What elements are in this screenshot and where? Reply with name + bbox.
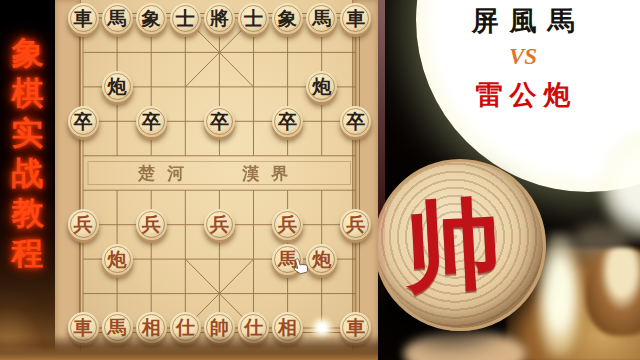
piece-black[interactable]: 馬 [102,3,133,34]
vertical-show-title: 象棋实战教程 [9,33,46,273]
panel-left-pink-edge [378,0,385,310]
piece-black[interactable]: 車 [340,3,371,34]
marshal-piece-photo: 帅 [378,159,546,331]
piece-black[interactable]: 炮 [102,71,133,102]
marshal-character: 帅 [401,179,505,315]
piece-red[interactable]: 兵 [340,209,371,240]
piece-black[interactable]: 士 [238,3,269,34]
piece-red[interactable]: 兵 [68,209,99,240]
piece-black[interactable]: 象 [272,3,303,34]
piece-black[interactable]: 馬 [306,3,337,34]
piece-red[interactable]: 炮 [102,244,133,275]
left-sidebar: 象棋实战教程 [0,0,55,360]
piece-black[interactable]: 卒 [272,106,303,137]
piece-black[interactable]: 卒 [136,106,167,137]
piece-red[interactable]: 兵 [136,209,167,240]
piece-layer: 車馬象士將士象馬車炮炮卒卒卒卒卒兵兵兵兵兵炮馬炮車馬相仕帥仕相車 [55,0,378,360]
piece-black[interactable]: 炮 [306,71,337,102]
piece-black[interactable]: 象 [136,3,167,34]
piece-black[interactable]: 卒 [68,106,99,137]
piece-red[interactable]: 兵 [204,209,235,240]
matchup-title-block: 屏風馬 VS 雷公炮 [412,3,634,113]
piece-black[interactable]: 卒 [204,106,235,137]
opening-name-bottom: 雷公炮 [412,77,634,113]
opening-name-top: 屏風馬 [412,3,634,39]
piece-black[interactable]: 卒 [340,106,371,137]
xiangqi-board[interactable]: 楚河 漢界 車馬象士將士象馬車炮炮卒卒卒卒卒兵兵兵兵兵炮馬炮車馬相仕帥仕相車 [55,0,378,360]
blurred-tea-bowl [586,248,640,336]
right-panel: 帅 屏風馬 VS 雷公炮 [378,0,640,360]
piece-black[interactable]: 將 [204,3,235,34]
piece-black[interactable]: 車 [68,3,99,34]
vs-label: VS [412,44,634,70]
piece-red[interactable]: 兵 [272,209,303,240]
table-edge [0,336,378,360]
piece-black[interactable]: 士 [170,3,201,34]
video-frame: 象棋实战教程 楚河 漢界 車馬象士將士象馬車炮炮卒卒卒卒卒兵兵兵兵兵炮馬炮車馬相… [0,0,640,360]
